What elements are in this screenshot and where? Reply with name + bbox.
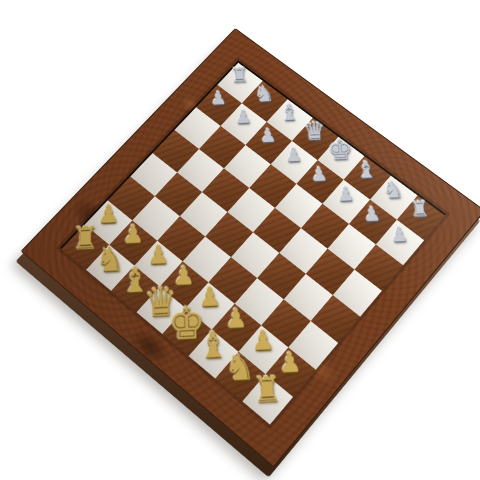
black-rook-glyph: ♜ — [230, 65, 249, 86]
board-squares: ♜♞♝♛♚♝♞♜♟♟♟♟♟♟♟♟♟♟♟♟♟♟♟♟♜♞♝♛♚♝♞♜ — [60, 60, 446, 424]
black-bishop-glyph: ♝ — [279, 101, 300, 124]
white-pawn-glyph: ♟ — [98, 201, 119, 227]
black-rook-glyph: ♜ — [409, 198, 430, 221]
black-pawn-glyph: ♟ — [363, 203, 382, 224]
black-pawn-glyph: ♟ — [336, 183, 354, 203]
black-pawn-glyph: ♟ — [260, 125, 278, 145]
black-pawn-glyph: ♟ — [235, 107, 252, 126]
piece-white-rook[interactable]: ♜ — [249, 378, 287, 420]
black-pawn-glyph: ♟ — [210, 88, 227, 107]
black-bishop-glyph: ♝ — [355, 157, 377, 181]
white-pawn-glyph: ♟ — [122, 221, 144, 247]
black-queen-glyph: ♛ — [302, 118, 326, 145]
chess-board: ♜♞♝♛♚♝♞♜♟♟♟♟♟♟♟♟♟♟♟♟♟♟♟♟♜♞♝♛♚♝♞♜ — [21, 28, 480, 467]
white-pawn-glyph: ♟ — [278, 348, 302, 377]
black-knight-glyph: ♞ — [382, 177, 405, 202]
white-pawn-glyph: ♟ — [225, 305, 248, 333]
black-pawn-glyph: ♟ — [285, 144, 303, 164]
white-pawn-glyph: ♟ — [147, 242, 169, 269]
black-pawn-glyph: ♟ — [390, 223, 409, 244]
white-rook-glyph: ♜ — [252, 372, 282, 409]
photo-stage: ♜♞♝♛♚♝♞♜♟♟♟♟♟♟♟♟♟♟♟♟♟♟♟♟♜♞♝♛♚♝♞♜ — [0, 0, 480, 480]
black-pawn-glyph: ♟ — [310, 164, 328, 184]
white-pawn-glyph: ♟ — [251, 326, 275, 354]
black-knight-glyph: ♞ — [254, 82, 275, 105]
